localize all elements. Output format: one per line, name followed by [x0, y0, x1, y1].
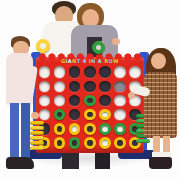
- board-title: GIANT 4 IN A ROW: [36, 57, 144, 65]
- hole-empty: [99, 66, 111, 78]
- disc-yellow: [54, 137, 65, 148]
- hole-empty: [69, 66, 81, 78]
- woman-hand: [112, 38, 120, 45]
- hole-empty: [54, 66, 66, 78]
- cell-r4c5[interactable]: [97, 108, 112, 122]
- disc-green: [69, 137, 80, 148]
- cell-r2c5[interactable]: [97, 79, 112, 93]
- boy-hand: [31, 112, 39, 119]
- stacked-disc-yellow: [30, 121, 44, 125]
- cell-r6c6[interactable]: [112, 136, 127, 150]
- cell-r4c6[interactable]: [112, 108, 127, 122]
- hole-empty: [39, 109, 51, 121]
- cell-r2c2[interactable]: [52, 79, 67, 93]
- hole-empty: [129, 66, 141, 78]
- girl-hand: [128, 92, 135, 99]
- cell-r1c1[interactable]: [37, 65, 52, 79]
- disc-green: [54, 109, 65, 120]
- hole-empty: [99, 81, 111, 93]
- cell-r6c5[interactable]: [97, 136, 112, 150]
- cell-r3c2[interactable]: [52, 93, 67, 107]
- disc-green: [99, 123, 110, 134]
- cell-r3c6[interactable]: [112, 93, 127, 107]
- connect-four-board: GIANT 4 IN A ROW: [36, 57, 144, 153]
- cell-r5c6[interactable]: [112, 122, 127, 136]
- cell-r2c6[interactable]: [112, 79, 127, 93]
- disc-yellow: [84, 137, 95, 148]
- disc-yellow: [84, 123, 95, 134]
- cell-r3c5[interactable]: [97, 93, 112, 107]
- cell-r4c2[interactable]: [52, 108, 67, 122]
- held-disc-green[interactable]: [92, 41, 105, 54]
- cell-r2c1[interactable]: [37, 79, 52, 93]
- hole-empty: [39, 66, 51, 78]
- disc-yellow: [114, 137, 125, 148]
- cell-r1c7[interactable]: [128, 65, 143, 79]
- cell-r5c5[interactable]: [97, 122, 112, 136]
- stacked-disc-yellow: [30, 146, 44, 150]
- board-grid: [37, 65, 143, 150]
- left-disc-stack[interactable]: [30, 121, 44, 150]
- hole-empty: [114, 66, 126, 78]
- board-title-letter: 4: [83, 58, 87, 64]
- hole-empty: [114, 109, 126, 121]
- cell-r1c4[interactable]: [82, 65, 97, 79]
- stacked-disc-yellow: [30, 141, 44, 145]
- boy-shoes: [6, 157, 34, 169]
- photo-scene: GIANT 4 IN A ROW: [0, 0, 180, 180]
- disc-yellow: [99, 109, 110, 120]
- disc-green: [84, 95, 95, 106]
- held-disc-yellow[interactable]: [36, 39, 50, 53]
- hole-empty: [99, 95, 111, 107]
- boy-jeans: [10, 103, 19, 159]
- cell-r2c4[interactable]: [82, 79, 97, 93]
- disc-yellow: [84, 109, 95, 120]
- hole-empty: [69, 109, 81, 121]
- cell-r4c1[interactable]: [37, 108, 52, 122]
- board-title-letter: W: [113, 58, 119, 64]
- cell-r1c2[interactable]: [52, 65, 67, 79]
- hole-empty: [84, 66, 96, 78]
- stacked-disc-yellow: [30, 136, 44, 140]
- cell-r1c3[interactable]: [67, 65, 82, 79]
- girl-face: [151, 53, 166, 69]
- hole-empty: [114, 81, 126, 93]
- cell-r4c3[interactable]: [67, 108, 82, 122]
- hole-empty: [39, 81, 51, 93]
- cell-r2c3[interactable]: [67, 79, 82, 93]
- cell-r3c3[interactable]: [67, 93, 82, 107]
- hole-empty: [84, 81, 96, 93]
- hole-empty: [69, 95, 81, 107]
- disc-yellow: [99, 137, 110, 148]
- hole-empty: [54, 95, 66, 107]
- disc-yellow: [69, 123, 80, 134]
- boy-jeans: [21, 103, 30, 159]
- disc-yellow: [54, 123, 65, 134]
- cell-r1c5[interactable]: [97, 65, 112, 79]
- cell-r3c4[interactable]: [82, 93, 97, 107]
- cell-r4c4[interactable]: [82, 108, 97, 122]
- girl-dress: [144, 72, 177, 138]
- cell-r6c3[interactable]: [67, 136, 82, 150]
- cell-r5c4[interactable]: [82, 122, 97, 136]
- stacked-disc-yellow: [30, 131, 44, 135]
- girl-shoes: [149, 157, 172, 169]
- stacked-disc-green: [136, 139, 150, 143]
- cell-r1c6[interactable]: [112, 65, 127, 79]
- disc-green: [114, 123, 125, 134]
- cell-r3c1[interactable]: [37, 93, 52, 107]
- cell-r6c2[interactable]: [52, 136, 67, 150]
- hole-empty: [69, 81, 81, 93]
- cell-r5c2[interactable]: [52, 122, 67, 136]
- hole-empty: [54, 81, 66, 93]
- board-title-letter: N: [91, 58, 96, 64]
- hole-empty: [39, 95, 51, 107]
- stacked-disc-yellow: [30, 126, 44, 130]
- cell-r5c3[interactable]: [67, 122, 82, 136]
- cell-r6c4[interactable]: [82, 136, 97, 150]
- hole-empty: [114, 95, 126, 107]
